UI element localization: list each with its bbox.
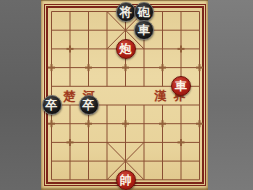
letterbox-right — [208, 0, 253, 190]
piece-red-chariot[interactable]: 車 — [171, 76, 191, 96]
xiangqi-board[interactable]: 楚河 漢界 将砲車炮車卒卒帥 — [41, 0, 208, 190]
piece-black-soldier-b[interactable]: 卒 — [79, 95, 99, 115]
game-screenshot: 楚河 漢界 将砲車炮車卒卒帥 — [0, 0, 253, 190]
piece-red-general[interactable]: 帥 — [116, 170, 136, 190]
piece-black-general[interactable]: 将 — [116, 2, 136, 22]
piece-black-chariot[interactable]: 車 — [134, 20, 154, 40]
piece-black-soldier-a[interactable]: 卒 — [42, 95, 62, 115]
piece-red-cannon[interactable]: 炮 — [116, 39, 136, 59]
letterbox-left — [0, 0, 41, 190]
piece-black-cannon[interactable]: 砲 — [134, 2, 154, 22]
